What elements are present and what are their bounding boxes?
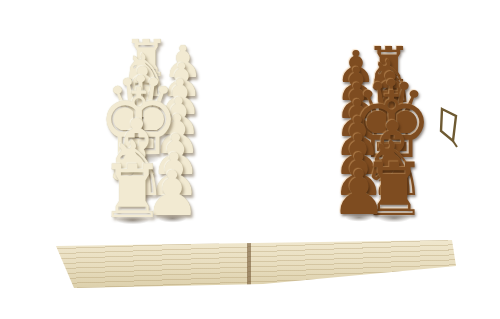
- square-b5: [272, 83, 305, 101]
- square-a4: [237, 64, 271, 82]
- piece-glyph: ♛: [355, 70, 428, 151]
- piece-white-pawn-f2: ♟: [150, 127, 200, 183]
- label-top-2: 2: [174, 51, 194, 56]
- piece-white-pawn-g2: ♟: [147, 145, 200, 204]
- piece-black-pawn-b7: ♟: [336, 61, 377, 107]
- label-right-A: A: [420, 204, 439, 211]
- piece-glyph: ♟: [331, 162, 387, 224]
- square-d2: [159, 118, 196, 137]
- square-g5: [269, 179, 304, 198]
- piece-shadow: [372, 212, 417, 224]
- label-left-H: H: [80, 206, 103, 214]
- piece-glyph: ♚: [97, 77, 179, 169]
- square-b1: [125, 79, 163, 98]
- piece-glyph: ♝: [102, 109, 171, 186]
- square-d6: [307, 121, 340, 139]
- piece-shadow: [369, 173, 417, 186]
- label-right-B: B: [419, 185, 438, 191]
- piece-white-rook-a1: ♜: [123, 33, 169, 84]
- piece-shadow: [373, 82, 405, 91]
- piece-glyph: ♜: [123, 33, 169, 84]
- square-a5: [272, 65, 305, 83]
- piece-white-king-e1: ♚: [97, 77, 179, 169]
- label-bottom-4: 4: [276, 228, 297, 233]
- piece-black-pawn-d7: ♟: [334, 94, 380, 145]
- square-e3: [196, 138, 233, 157]
- piece-shadow: [156, 193, 193, 203]
- square-a1: [127, 60, 164, 79]
- square-c2: [161, 99, 198, 118]
- piece-glyph: ♟: [163, 40, 202, 84]
- square-c6: [307, 102, 340, 120]
- square-e4: [233, 139, 269, 158]
- piece-shadow: [370, 117, 411, 128]
- piece-white-pawn-c2: ♟: [158, 73, 202, 122]
- piece-white-knight-g1: ♞: [101, 131, 169, 207]
- piece-black-pawn-e7: ♟: [334, 110, 382, 164]
- piece-glyph: ♟: [150, 127, 200, 183]
- piece-glyph: ♛: [104, 66, 177, 147]
- coordinate-labels: 18AH27BG36CF45DE54ED63FC72GB81HA: [85, 36, 442, 50]
- piece-shadow: [342, 99, 371, 107]
- piece-glyph: ♟: [161, 57, 202, 103]
- label-top-8: 8: [379, 58, 397, 63]
- piece-glyph: ♟: [332, 145, 385, 204]
- square-g2: [154, 179, 193, 199]
- piece-glyph: ♜: [366, 41, 412, 92]
- square-c1: [122, 98, 160, 117]
- square-d5: [271, 120, 305, 139]
- label-left-G: G: [83, 185, 106, 192]
- piece-glyph: ♟: [156, 91, 202, 142]
- square-d1: [120, 117, 159, 136]
- square-a6: [307, 66, 339, 84]
- label-bottom-7: 7: [159, 229, 181, 234]
- square-d8: [375, 122, 408, 140]
- piece-shadow: [110, 214, 155, 226]
- square-b4: [236, 82, 270, 100]
- square-h4: [231, 199, 268, 219]
- board-border-pinstripe: [70, 42, 445, 242]
- piece-white-pawn-b2: ♟: [161, 57, 202, 103]
- piece-shadow: [342, 117, 372, 125]
- square-a7: [341, 67, 373, 85]
- piece-black-king-e8: ♚: [350, 79, 432, 171]
- label-top-5: 5: [280, 54, 299, 59]
- piece-white-queen-d1: ♛: [104, 66, 177, 147]
- piece-shadow: [342, 81, 369, 88]
- square-e5: [270, 139, 305, 158]
- square-h3: [192, 199, 230, 219]
- label-left-D: D: [91, 123, 113, 130]
- square-f6: [306, 159, 340, 178]
- piece-black-rook-h8: ♜: [361, 153, 426, 226]
- square-h2: [152, 199, 191, 220]
- square-d4: [234, 119, 269, 138]
- product-photo-stage: 18AH27BG36CF45DE54ED63FC72GB81HA ♜♟♟♜♞♟♟…: [0, 0, 500, 319]
- label-top-7: 7: [347, 57, 365, 62]
- piece-black-pawn-h7: ♟: [331, 162, 387, 224]
- wood-grain-texture: [56, 36, 456, 249]
- square-c7: [341, 103, 374, 121]
- piece-black-bishop-c8: ♝: [361, 64, 420, 130]
- piece-shadow: [363, 154, 420, 170]
- label-right-H: H: [413, 75, 431, 81]
- square-a8: [374, 68, 406, 86]
- piece-shadow: [110, 151, 167, 167]
- piece-glyph: ♟: [153, 108, 201, 162]
- square-e6: [306, 140, 340, 159]
- piece-white-pawn-a2: ♟: [163, 40, 202, 84]
- label-left-C: C: [93, 104, 115, 111]
- square-g8: [377, 179, 411, 198]
- square-b2: [163, 80, 200, 99]
- label-left-B: B: [96, 84, 118, 91]
- piece-shadow: [371, 99, 408, 109]
- square-c3: [198, 100, 234, 119]
- label-right-F: F: [415, 111, 433, 116]
- square-d7: [341, 121, 374, 139]
- piece-shadow: [165, 113, 195, 121]
- latch-clasp-icon: [438, 103, 462, 151]
- piece-glyph: ♟: [147, 145, 200, 204]
- square-a3: [201, 63, 236, 81]
- piece-glyph: ♞: [363, 52, 416, 111]
- square-c5: [271, 101, 305, 119]
- piece-shadow: [342, 135, 374, 144]
- square-f4: [233, 158, 269, 177]
- label-left-E: E: [88, 144, 110, 150]
- square-h8: [378, 198, 412, 217]
- piece-black-bishop-f8: ♝: [358, 110, 427, 187]
- square-b8: [374, 86, 406, 104]
- square-e2: [157, 138, 195, 157]
- square-g3: [193, 179, 231, 199]
- piece-glyph: ♟: [158, 73, 202, 122]
- label-left-A: A: [98, 65, 119, 72]
- piece-black-knight-b8: ♞: [363, 52, 416, 111]
- piece-glyph: ♝: [361, 64, 420, 130]
- square-a2: [164, 61, 200, 80]
- piece-glyph: ♟: [336, 45, 375, 89]
- label-top-6: 6: [314, 56, 332, 61]
- label-left-F: F: [86, 164, 109, 170]
- piece-glyph: ♞: [118, 45, 171, 104]
- piece-glyph: ♜: [361, 153, 426, 226]
- piece-shadow: [153, 214, 191, 225]
- piece-shadow: [169, 76, 196, 83]
- piece-shadow: [167, 94, 196, 102]
- label-bottom-6: 6: [199, 229, 221, 234]
- piece-black-pawn-c7: ♟: [335, 77, 379, 126]
- piece-glyph: ♟: [333, 127, 383, 183]
- square-f2: [156, 158, 194, 178]
- piece-glyph: ♟: [145, 163, 201, 225]
- label-right-G: G: [414, 93, 432, 99]
- square-f3: [194, 158, 231, 177]
- piece-shadow: [116, 131, 166, 145]
- label-bottom-3: 3: [313, 227, 333, 232]
- label-right-E: E: [416, 129, 434, 135]
- piece-shadow: [341, 173, 376, 183]
- square-d3: [197, 119, 233, 138]
- label-bottom-5: 5: [238, 228, 259, 233]
- square-e7: [342, 140, 375, 158]
- square-h5: [269, 199, 305, 219]
- chess-board: 18AH27BG36CF45DE54ED63FC72GB81HA: [56, 36, 456, 249]
- square-c4: [235, 100, 270, 119]
- square-b7: [341, 85, 373, 103]
- piece-black-queen-d8: ♛: [355, 70, 428, 151]
- square-g7: [342, 179, 376, 198]
- piece-shadow: [341, 154, 374, 163]
- label-right-D: D: [417, 147, 435, 154]
- piece-shadow: [370, 192, 417, 205]
- square-e1: [118, 137, 157, 157]
- piece-shadow: [340, 192, 377, 202]
- piece-white-rook-h1: ♜: [100, 155, 165, 228]
- square-b6: [307, 84, 340, 102]
- label-top-4: 4: [245, 53, 264, 58]
- piece-glyph: ♞: [359, 131, 427, 207]
- label-bottom-8: 8: [119, 230, 142, 236]
- square-h1: [111, 200, 152, 221]
- piece-white-bishop-c1: ♝: [113, 59, 172, 125]
- piece-shadow: [111, 192, 158, 205]
- piece-shadow: [126, 93, 163, 103]
- square-g1: [114, 179, 154, 199]
- piece-shadow: [160, 152, 193, 161]
- label-right-C: C: [418, 166, 437, 172]
- piece-black-rook-a8: ♜: [366, 41, 412, 92]
- piece-white-pawn-e2: ♟: [153, 108, 201, 162]
- square-g4: [232, 179, 268, 199]
- piece-black-pawn-f7: ♟: [333, 127, 383, 183]
- piece-shadow: [163, 132, 195, 141]
- square-c8: [375, 104, 407, 122]
- piece-black-pawn-g7: ♟: [332, 145, 385, 204]
- piece-white-bishop-f1: ♝: [102, 109, 171, 186]
- piece-glyph: ♝: [113, 59, 172, 125]
- piece-glyph: ♞: [101, 131, 169, 207]
- piece-black-pawn-a7: ♟: [336, 45, 375, 89]
- square-h6: [306, 199, 341, 219]
- square-g6: [306, 179, 340, 198]
- piece-glyph: ♟: [335, 77, 379, 126]
- piece-shadow: [340, 212, 378, 223]
- piece-shadow: [130, 75, 162, 84]
- piece-shadow: [122, 112, 163, 123]
- piece-shadow: [366, 135, 416, 149]
- piece-glyph: ♜: [100, 155, 165, 228]
- square-f8: [377, 159, 410, 178]
- label-top-3: 3: [210, 52, 230, 57]
- piece-glyph: ♟: [334, 94, 380, 145]
- square-f5: [270, 159, 305, 178]
- piece-white-pawn-d2: ♟: [156, 91, 202, 142]
- piece-shadow: [113, 172, 161, 185]
- label-bottom-1: 1: [385, 226, 404, 231]
- piece-glyph: ♟: [336, 61, 377, 107]
- box-side-panel: [0, 0, 500, 319]
- piece-white-knight-b1: ♞: [118, 45, 171, 104]
- square-h7: [342, 199, 376, 219]
- piece-black-knight-g8: ♞: [359, 131, 427, 207]
- label-top-1: 1: [138, 49, 159, 54]
- square-f1: [116, 158, 156, 178]
- fold-seam: [265, 43, 273, 245]
- piece-shadow: [158, 172, 193, 182]
- piece-glyph: ♚: [350, 79, 432, 171]
- square-e8: [376, 140, 409, 158]
- square-f7: [342, 159, 376, 178]
- label-bottom-2: 2: [350, 227, 370, 232]
- piece-white-pawn-h2: ♟: [145, 163, 201, 225]
- board-grid: [111, 60, 412, 220]
- piece-glyph: ♟: [334, 110, 382, 164]
- piece-glyph: ♝: [358, 110, 427, 187]
- square-b3: [200, 81, 236, 100]
